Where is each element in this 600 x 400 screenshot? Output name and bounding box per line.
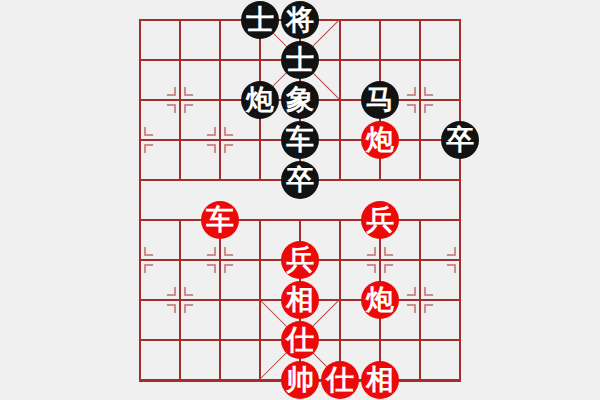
piece-red-cannon[interactable]: 炮 (361, 281, 399, 319)
board-line-vertical (419, 219, 421, 381)
board-line-vertical (459, 19, 461, 381)
point-marker (184, 304, 193, 313)
xiangqi-app: 士将士炮象马车炮卒卒车兵兵相炮仕帅仕相 (0, 0, 600, 400)
point-marker (367, 264, 376, 273)
piece-red-elephant[interactable]: 相 (281, 281, 319, 319)
piece-red-cannon[interactable]: 炮 (361, 121, 399, 159)
point-marker (447, 247, 456, 256)
piece-black-elephant[interactable]: 象 (281, 81, 319, 119)
point-marker (407, 104, 416, 113)
piece-black-cannon[interactable]: 炮 (241, 81, 279, 119)
point-marker (384, 247, 393, 256)
point-marker (144, 264, 153, 273)
point-marker (167, 304, 176, 313)
piece-red-chariot[interactable]: 车 (201, 201, 239, 239)
piece-black-soldier[interactable]: 卒 (281, 161, 319, 199)
point-marker (144, 127, 153, 136)
point-marker (447, 264, 456, 273)
point-marker (224, 264, 233, 273)
board-line-vertical (219, 19, 221, 181)
point-marker (184, 104, 193, 113)
piece-red-advisor[interactable]: 仕 (321, 361, 359, 399)
board-line-vertical (219, 219, 221, 381)
point-marker (407, 304, 416, 313)
piece-red-general[interactable]: 帅 (281, 361, 319, 399)
xiangqi-board[interactable]: 士将士炮象马车炮卒卒车兵兵相炮仕帅仕相 (0, 0, 600, 400)
point-marker (424, 104, 433, 113)
point-marker (224, 144, 233, 153)
point-marker (367, 247, 376, 256)
point-marker (384, 264, 393, 273)
piece-red-soldier[interactable]: 兵 (281, 241, 319, 279)
point-marker (207, 264, 216, 273)
point-marker (167, 87, 176, 96)
piece-red-advisor[interactable]: 仕 (281, 321, 319, 359)
point-marker (184, 287, 193, 296)
point-marker (207, 144, 216, 153)
piece-red-elephant[interactable]: 相 (361, 361, 399, 399)
point-marker (207, 247, 216, 256)
board-line-vertical (139, 19, 141, 381)
piece-red-soldier[interactable]: 兵 (361, 201, 399, 239)
point-marker (167, 104, 176, 113)
point-marker (144, 247, 153, 256)
point-marker (144, 144, 153, 153)
point-marker (184, 87, 193, 96)
piece-black-general[interactable]: 将 (281, 1, 319, 39)
piece-black-horse[interactable]: 马 (361, 81, 399, 119)
point-marker (224, 127, 233, 136)
point-marker (407, 87, 416, 96)
point-marker (424, 304, 433, 313)
board-line-vertical (419, 19, 421, 181)
board-line-vertical (339, 19, 341, 181)
point-marker (407, 287, 416, 296)
board-line-vertical (179, 219, 181, 381)
piece-black-advisor[interactable]: 士 (281, 41, 319, 79)
point-marker (167, 287, 176, 296)
point-marker (207, 127, 216, 136)
point-marker (424, 87, 433, 96)
board-line-vertical (179, 19, 181, 181)
piece-black-chariot[interactable]: 车 (281, 121, 319, 159)
piece-black-soldier[interactable]: 卒 (441, 121, 479, 159)
point-marker (424, 287, 433, 296)
point-marker (224, 247, 233, 256)
piece-black-advisor[interactable]: 士 (241, 1, 279, 39)
